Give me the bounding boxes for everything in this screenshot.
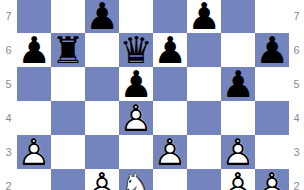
white-knight-d2[interactable]: ♞♘ xyxy=(119,169,153,190)
square-d6[interactable]: ♛ xyxy=(119,33,153,67)
rank-label-left-7: 7 xyxy=(0,0,17,33)
black-pawn-d5[interactable]: ♟ xyxy=(119,67,153,101)
square-e3[interactable]: ♟♙ xyxy=(153,135,187,169)
black-pawn-g5[interactable]: ♟ xyxy=(221,67,255,101)
square-f3[interactable] xyxy=(187,135,221,169)
square-e6[interactable]: ♟ xyxy=(153,33,187,67)
square-g7[interactable] xyxy=(221,0,255,33)
square-f5[interactable] xyxy=(187,67,221,101)
rank-label-right-2: 2 xyxy=(289,169,304,190)
white-piece-outline: ♘ xyxy=(119,169,153,190)
white-pawn-g3[interactable]: ♟♙ xyxy=(221,135,255,169)
square-b4[interactable] xyxy=(51,101,85,135)
white-pawn-d4[interactable]: ♟♙ xyxy=(119,101,153,135)
rank-coordinates-left: 765432 xyxy=(0,0,17,190)
black-queen-d6[interactable]: ♛ xyxy=(119,33,153,67)
square-a2[interactable] xyxy=(17,169,51,190)
rank-label-left-4: 4 xyxy=(0,101,17,135)
black-pawn-c7[interactable]: ♟ xyxy=(85,0,119,33)
white-piece-outline: ♙ xyxy=(153,135,187,169)
square-g5[interactable]: ♟ xyxy=(221,67,255,101)
square-e5[interactable] xyxy=(153,67,187,101)
square-h2[interactable]: ♟♙ xyxy=(255,169,289,190)
square-c6[interactable] xyxy=(85,33,119,67)
rank-label-left-6: 6 xyxy=(0,33,17,67)
white-piece-outline: ♙ xyxy=(85,169,119,190)
rank-label-right-7: 7 xyxy=(289,0,304,33)
rank-label-left-3: 3 xyxy=(0,135,17,169)
square-f2[interactable] xyxy=(187,169,221,190)
black-pawn-h6[interactable]: ♟ xyxy=(255,33,289,67)
white-pawn-e3[interactable]: ♟♙ xyxy=(153,135,187,169)
rank-label-left-5: 5 xyxy=(0,67,17,101)
square-b3[interactable] xyxy=(51,135,85,169)
white-pawn-a3[interactable]: ♟♙ xyxy=(17,135,51,169)
white-piece-outline: ♙ xyxy=(221,135,255,169)
square-c2[interactable]: ♟♙ xyxy=(85,169,119,190)
square-a4[interactable] xyxy=(17,101,51,135)
square-g3[interactable]: ♟♙ xyxy=(221,135,255,169)
white-piece-outline: ♙ xyxy=(17,135,51,169)
square-h4[interactable] xyxy=(255,101,289,135)
square-g2[interactable]: ♟♙ xyxy=(221,169,255,190)
white-pawn-g2[interactable]: ♟♙ xyxy=(221,169,255,190)
square-b5[interactable] xyxy=(51,67,85,101)
square-a5[interactable] xyxy=(17,67,51,101)
square-b6[interactable]: ♜ xyxy=(51,33,85,67)
square-h6[interactable]: ♟ xyxy=(255,33,289,67)
square-e2[interactable] xyxy=(153,169,187,190)
square-a6[interactable]: ♟ xyxy=(17,33,51,67)
square-c3[interactable] xyxy=(85,135,119,169)
black-pawn-f7[interactable]: ♟ xyxy=(187,0,221,33)
white-pawn-h2[interactable]: ♟♙ xyxy=(255,169,289,190)
square-g4[interactable] xyxy=(221,101,255,135)
square-e4[interactable] xyxy=(153,101,187,135)
square-f6[interactable] xyxy=(187,33,221,67)
chess-board[interactable]: ♟♟♟♜♛♟♟♟♟♟♙♟♙♟♙♟♙♟♙♞♘♟♙♟♙ xyxy=(17,0,289,190)
square-d4[interactable]: ♟♙ xyxy=(119,101,153,135)
square-c5[interactable] xyxy=(85,67,119,101)
square-f7[interactable]: ♟ xyxy=(187,0,221,33)
rank-label-right-5: 5 xyxy=(289,67,304,101)
square-d3[interactable] xyxy=(119,135,153,169)
rank-label-right-6: 6 xyxy=(289,33,304,67)
black-rook-b6[interactable]: ♜ xyxy=(51,33,85,67)
white-piece-outline: ♙ xyxy=(221,169,255,190)
square-h3[interactable] xyxy=(255,135,289,169)
rank-label-left-2: 2 xyxy=(0,169,17,190)
square-h5[interactable] xyxy=(255,67,289,101)
square-d5[interactable]: ♟ xyxy=(119,67,153,101)
rank-label-right-3: 3 xyxy=(289,135,304,169)
white-piece-outline: ♙ xyxy=(255,169,289,190)
square-c7[interactable]: ♟ xyxy=(85,0,119,33)
square-c4[interactable] xyxy=(85,101,119,135)
rank-coordinates-right: 765432 xyxy=(289,0,304,190)
black-pawn-a6[interactable]: ♟ xyxy=(17,33,51,67)
square-f4[interactable] xyxy=(187,101,221,135)
rank-label-right-4: 4 xyxy=(289,101,304,135)
square-g6[interactable] xyxy=(221,33,255,67)
square-d2[interactable]: ♞♘ xyxy=(119,169,153,190)
white-piece-outline: ♙ xyxy=(119,101,153,135)
square-a3[interactable]: ♟♙ xyxy=(17,135,51,169)
square-b2[interactable] xyxy=(51,169,85,190)
chess-board-screenshot: 765432 ♟♟♟♜♛♟♟♟♟♟♙♟♙♟♙♟♙♟♙♞♘♟♙♟♙ 765432 xyxy=(0,0,304,190)
white-pawn-c2[interactable]: ♟♙ xyxy=(85,169,119,190)
black-pawn-e6[interactable]: ♟ xyxy=(153,33,187,67)
